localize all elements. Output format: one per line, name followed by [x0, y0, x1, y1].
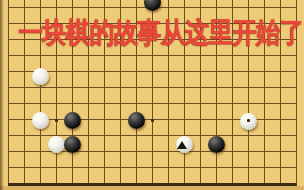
board-bottom-margin	[0, 186, 304, 190]
star-point	[55, 119, 58, 122]
stone-white	[32, 112, 49, 129]
star-point	[247, 119, 250, 122]
stone-black	[64, 112, 81, 129]
stone-black	[128, 112, 145, 129]
go-board[interactable]: 一块棋的故事从这里开始了	[0, 0, 304, 190]
stone-black	[208, 136, 225, 153]
stone-white	[48, 136, 65, 153]
star-point	[151, 119, 154, 122]
stone-white	[32, 68, 49, 85]
stone-black	[144, 0, 161, 11]
stone-black	[64, 136, 81, 153]
video-caption: 一块棋的故事从这里开始了	[18, 16, 286, 50]
left-edge-shadow	[0, 0, 4, 190]
triangle-marker	[177, 141, 187, 149]
